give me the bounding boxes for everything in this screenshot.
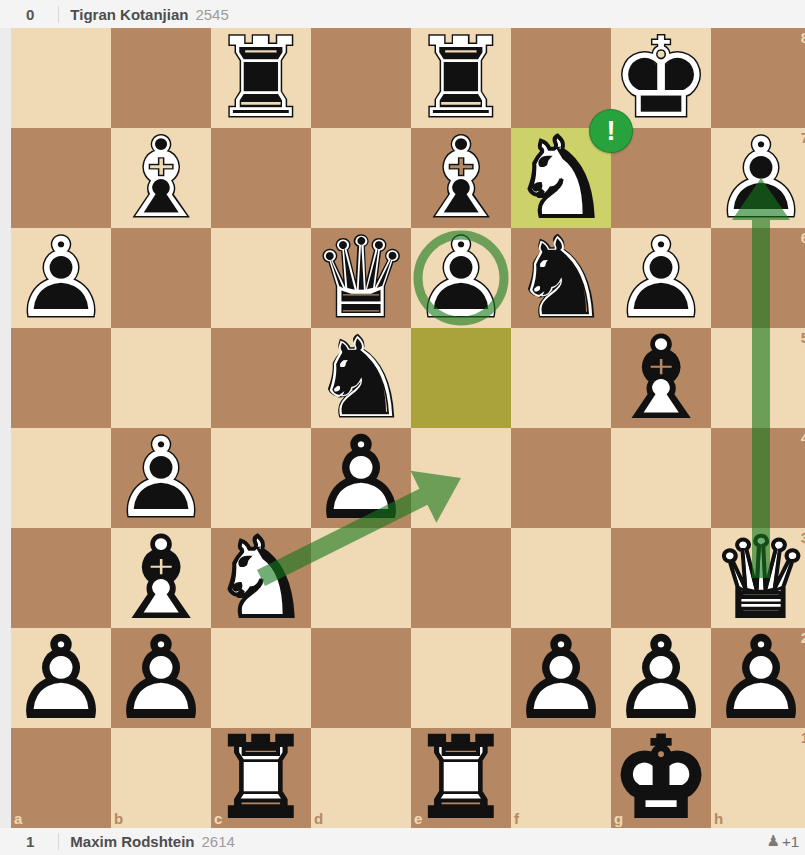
square-c2[interactable] [211,628,311,728]
file-label: d [314,810,323,827]
file-label: a [14,810,22,827]
top-player-score: 0 [26,6,34,23]
square-a3[interactable] [11,528,111,628]
black-king[interactable]: ♚♔ [611,28,711,128]
white-bishop[interactable]: ♝♗ [111,528,211,628]
square-a2[interactable]: ♟♙ [11,628,111,728]
black-rook[interactable]: ♜♖ [411,28,511,128]
square-d2[interactable] [311,628,411,728]
square-a5[interactable] [11,328,111,428]
black-pawn[interactable]: ♟♙ [111,428,211,528]
square-e3[interactable] [411,528,511,628]
square-a4[interactable] [11,428,111,528]
white-bishop[interactable]: ♝♗ [611,328,711,428]
board-area: ♜♖♜♖♚♔8♝♗♝♗♞♘7♟♙♟♙♛♕♟♙♞♘♟♙6♞♘♝♗5♟♙♟♙4♝♗♞… [11,28,805,828]
square-h2[interactable]: 2♟♙ [711,628,805,728]
square-g5[interactable]: ♝♗ [611,328,711,428]
square-e6[interactable]: ♟♙ [411,228,511,328]
square-g2[interactable]: ♟♙ [611,628,711,728]
square-e7[interactable]: ♝♗ [411,128,511,228]
white-king[interactable]: ♚♔ [611,728,711,828]
rank-label: 4 [801,429,805,446]
square-a1[interactable]: a [11,728,111,828]
material-advantage-value: +1 [782,833,799,850]
square-g1[interactable]: g♚♔ [611,728,711,828]
square-c6[interactable] [211,228,311,328]
square-b3[interactable]: ♝♗ [111,528,211,628]
material-advantage: ♟ +1 [766,833,799,850]
pawn-icon: ♟ [766,834,779,849]
square-g4[interactable] [611,428,711,528]
square-d4[interactable]: ♟♙ [311,428,411,528]
square-b4[interactable]: ♟♙ [111,428,211,528]
white-pawn[interactable]: ♟♙ [311,428,411,528]
square-h7[interactable]: 7♟♙ [711,128,805,228]
square-g3[interactable] [611,528,711,628]
square-b2[interactable]: ♟♙ [111,628,211,728]
square-b7[interactable]: ♝♗ [111,128,211,228]
square-f4[interactable] [511,428,611,528]
square-g6[interactable]: ♟♙ [611,228,711,328]
square-b6[interactable] [111,228,211,328]
square-c1[interactable]: c♜♖ [211,728,311,828]
square-f8[interactable] [511,28,611,128]
square-c8[interactable]: ♜♖ [211,28,311,128]
white-pawn[interactable]: ♟♙ [111,628,211,728]
white-rook[interactable]: ♜♖ [411,728,511,828]
square-h4[interactable]: 4 [711,428,805,528]
chess-board[interactable]: ♜♖♜♖♚♔8♝♗♝♗♞♘7♟♙♟♙♛♕♟♙♞♘♟♙6♞♘♝♗5♟♙♟♙4♝♗♞… [11,28,805,828]
square-g8[interactable]: ♚♔ [611,28,711,128]
bottom-player-score: 1 [26,833,34,850]
square-c7[interactable] [211,128,311,228]
good-move-badge: ! [589,109,633,153]
square-c3[interactable]: ♞♘ [211,528,311,628]
square-e8[interactable]: ♜♖ [411,28,511,128]
square-h8[interactable]: 8 [711,28,805,128]
black-pawn[interactable]: ♟♙ [711,128,805,228]
white-pawn[interactable]: ♟♙ [11,628,111,728]
white-rook[interactable]: ♜♖ [211,728,311,828]
black-pawn[interactable]: ♟♙ [11,228,111,328]
square-d3[interactable] [311,528,411,628]
square-c5[interactable] [211,328,311,428]
square-a8[interactable] [11,28,111,128]
square-b1[interactable]: b [111,728,211,828]
white-knight[interactable]: ♞♘ [211,528,311,628]
black-pawn[interactable]: ♟♙ [411,228,511,328]
square-a7[interactable] [11,128,111,228]
file-label: h [714,810,723,827]
black-pawn[interactable]: ♟♙ [611,228,711,328]
square-d8[interactable] [311,28,411,128]
rank-label: 5 [801,329,805,346]
square-e5[interactable] [411,328,511,428]
square-c4[interactable] [211,428,311,528]
square-f1[interactable]: f [511,728,611,828]
square-f2[interactable]: ♟♙ [511,628,611,728]
square-f5[interactable] [511,328,611,428]
square-b8[interactable] [111,28,211,128]
black-rook[interactable]: ♜♖ [211,28,311,128]
divider [58,833,59,850]
square-d6[interactable]: ♛♕ [311,228,411,328]
square-a6[interactable]: ♟♙ [11,228,111,328]
white-pawn[interactable]: ♟♙ [711,628,805,728]
white-pawn[interactable]: ♟♙ [611,628,711,728]
square-e2[interactable] [411,628,511,728]
black-bishop[interactable]: ♝♗ [411,128,511,228]
top-player-name: Tigran Kotanjian [70,6,188,23]
white-queen[interactable]: ♛♕ [711,528,805,628]
square-h5[interactable]: 5 [711,328,805,428]
black-knight[interactable]: ♞♘ [511,228,611,328]
bottom-player-name: Maxim Rodshtein [70,833,194,850]
square-e4[interactable] [411,428,511,528]
file-label: f [514,810,519,827]
black-queen[interactable]: ♛♕ [311,228,411,328]
square-d1[interactable]: d [311,728,411,828]
square-f6[interactable]: ♞♘ [511,228,611,328]
square-h1[interactable]: 1h [711,728,805,828]
rank-label: 8 [801,29,805,46]
black-knight[interactable]: ♞♘ [311,328,411,428]
white-pawn[interactable]: ♟♙ [511,628,611,728]
square-d7[interactable] [311,128,411,228]
divider [58,6,59,23]
black-bishop[interactable]: ♝♗ [111,128,211,228]
square-e1[interactable]: e♜♖ [411,728,511,828]
square-h3[interactable]: 3♛♕ [711,528,805,628]
square-f3[interactable] [511,528,611,628]
square-h6[interactable]: 6 [711,228,805,328]
file-label: b [114,810,123,827]
square-d5[interactable]: ♞♘ [311,328,411,428]
square-b5[interactable] [111,328,211,428]
